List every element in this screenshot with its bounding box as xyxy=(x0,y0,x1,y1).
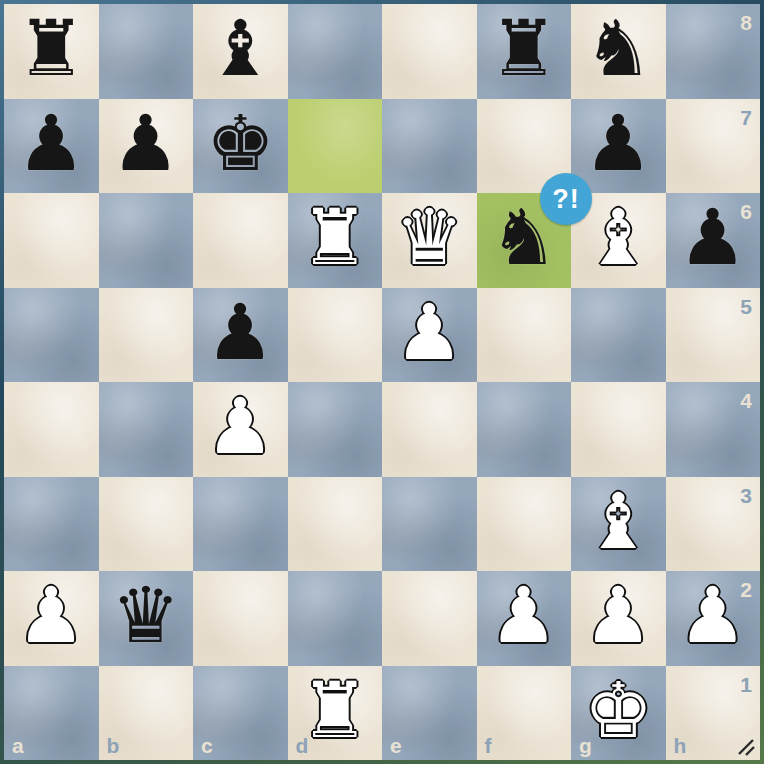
file-label-d: d xyxy=(296,735,309,756)
square-b6[interactable] xyxy=(99,193,194,288)
square-d4[interactable] xyxy=(288,382,383,477)
file-label-g: g xyxy=(579,735,592,756)
piece-white-pawn[interactable]: ♟ xyxy=(678,569,747,663)
square-c3[interactable] xyxy=(193,477,288,572)
square-e2[interactable] xyxy=(382,571,477,666)
square-e1[interactable]: e xyxy=(382,666,477,761)
piece-black-rook[interactable]: ♜ xyxy=(17,2,86,96)
square-d5[interactable] xyxy=(288,288,383,383)
square-h3[interactable]: 3 xyxy=(666,477,761,572)
square-b4[interactable] xyxy=(99,382,194,477)
square-g3[interactable]: ♝ xyxy=(571,477,666,572)
file-label-b: b xyxy=(107,735,120,756)
square-e4[interactable] xyxy=(382,382,477,477)
square-a3[interactable] xyxy=(4,477,99,572)
square-f5[interactable] xyxy=(477,288,572,383)
move-annotation-glyph: ?! xyxy=(552,184,579,215)
piece-white-pawn[interactable]: ♟ xyxy=(584,569,653,663)
square-a8[interactable]: ♜ xyxy=(4,4,99,99)
square-g7[interactable]: ♟ xyxy=(571,99,666,194)
rank-label-3: 3 xyxy=(740,485,752,506)
square-e8[interactable] xyxy=(382,4,477,99)
rank-label-8: 8 xyxy=(740,12,752,33)
square-a5[interactable] xyxy=(4,288,99,383)
square-h4[interactable]: 4 xyxy=(666,382,761,477)
square-e3[interactable] xyxy=(382,477,477,572)
piece-black-queen[interactable]: ♛ xyxy=(111,569,180,663)
square-a7[interactable]: ♟ xyxy=(4,99,99,194)
piece-white-king[interactable]: ♚ xyxy=(584,664,653,758)
piece-black-knight[interactable]: ♞ xyxy=(584,2,653,96)
piece-black-pawn[interactable]: ♟ xyxy=(206,286,275,380)
file-label-e: e xyxy=(390,735,402,756)
piece-white-pawn[interactable]: ♟ xyxy=(489,569,558,663)
square-g2[interactable]: ♟ xyxy=(571,571,666,666)
piece-white-bishop[interactable]: ♝ xyxy=(584,475,653,569)
piece-white-pawn[interactable]: ♟ xyxy=(395,286,464,380)
square-b5[interactable] xyxy=(99,288,194,383)
rank-label-4: 4 xyxy=(740,390,752,411)
square-f3[interactable] xyxy=(477,477,572,572)
square-c8[interactable]: ♝ xyxy=(193,4,288,99)
file-label-f: f xyxy=(485,735,492,756)
square-h7[interactable]: 7 xyxy=(666,99,761,194)
piece-black-pawn[interactable]: ♟ xyxy=(17,97,86,191)
square-d1[interactable]: ♜d xyxy=(288,666,383,761)
piece-black-rook[interactable]: ♜ xyxy=(489,2,558,96)
move-annotation-badge: ?! xyxy=(540,173,592,225)
square-c2[interactable] xyxy=(193,571,288,666)
piece-white-bishop[interactable]: ♝ xyxy=(584,191,653,285)
square-e5[interactable]: ♟ xyxy=(382,288,477,383)
file-label-a: a xyxy=(12,735,24,756)
square-a4[interactable] xyxy=(4,382,99,477)
square-c7[interactable]: ♚ xyxy=(193,99,288,194)
board-resize-handle[interactable] xyxy=(734,734,758,758)
rank-label-7: 7 xyxy=(740,107,752,128)
piece-white-queen[interactable]: ♛ xyxy=(395,191,464,285)
square-b3[interactable] xyxy=(99,477,194,572)
square-a1[interactable]: a xyxy=(4,666,99,761)
square-g1[interactable]: ♚g xyxy=(571,666,666,761)
square-h2[interactable]: ♟2 xyxy=(666,571,761,666)
piece-black-pawn[interactable]: ♟ xyxy=(111,97,180,191)
square-c1[interactable]: c xyxy=(193,666,288,761)
square-d6[interactable]: ♜ xyxy=(288,193,383,288)
piece-white-rook[interactable]: ♜ xyxy=(300,191,369,285)
square-g5[interactable] xyxy=(571,288,666,383)
square-a6[interactable] xyxy=(4,193,99,288)
square-f4[interactable] xyxy=(477,382,572,477)
file-label-h: h xyxy=(674,735,687,756)
square-a2[interactable]: ♟ xyxy=(4,571,99,666)
square-e6[interactable]: ♛ xyxy=(382,193,477,288)
piece-white-pawn[interactable]: ♟ xyxy=(17,569,86,663)
square-c5[interactable]: ♟ xyxy=(193,288,288,383)
rank-label-1: 1 xyxy=(740,674,752,695)
rank-label-6: 6 xyxy=(740,201,752,222)
piece-black-pawn[interactable]: ♟ xyxy=(584,97,653,191)
square-f1[interactable]: f xyxy=(477,666,572,761)
square-d2[interactable] xyxy=(288,571,383,666)
square-b2[interactable]: ♛ xyxy=(99,571,194,666)
chess-board: ♜♝♜♞8♟♟♚♟7♜♛♞♝♟6♟♟5♟4♝3♟♛♟♟♟2abc♜def♚g1h xyxy=(4,4,760,760)
square-g4[interactable] xyxy=(571,382,666,477)
square-f8[interactable]: ♜ xyxy=(477,4,572,99)
square-b8[interactable] xyxy=(99,4,194,99)
square-f2[interactable]: ♟ xyxy=(477,571,572,666)
piece-black-king[interactable]: ♚ xyxy=(206,97,275,191)
square-d3[interactable] xyxy=(288,477,383,572)
rank-label-5: 5 xyxy=(740,296,752,317)
square-b1[interactable]: b xyxy=(99,666,194,761)
piece-white-pawn[interactable]: ♟ xyxy=(206,380,275,474)
square-c4[interactable]: ♟ xyxy=(193,382,288,477)
file-label-c: c xyxy=(201,735,213,756)
square-d7[interactable] xyxy=(288,99,383,194)
square-h8[interactable]: 8 xyxy=(666,4,761,99)
square-c6[interactable] xyxy=(193,193,288,288)
square-e7[interactable] xyxy=(382,99,477,194)
page-background: { "game": "chess", "view": "analysis-boa… xyxy=(0,0,764,764)
square-d8[interactable] xyxy=(288,4,383,99)
square-h6[interactable]: ♟6 xyxy=(666,193,761,288)
square-h5[interactable]: 5 xyxy=(666,288,761,383)
piece-white-rook[interactable]: ♜ xyxy=(300,664,369,758)
piece-black-pawn[interactable]: ♟ xyxy=(678,191,747,285)
piece-black-bishop[interactable]: ♝ xyxy=(206,2,275,96)
square-g8[interactable]: ♞ xyxy=(571,4,666,99)
square-b7[interactable]: ♟ xyxy=(99,99,194,194)
rank-label-2: 2 xyxy=(740,579,752,600)
